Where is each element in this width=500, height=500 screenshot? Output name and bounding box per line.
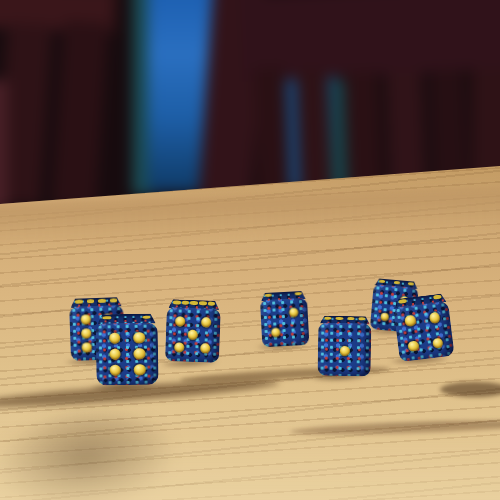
top-face-pip: [336, 317, 343, 320]
pip: [429, 312, 441, 324]
top-face-pip: [110, 299, 118, 302]
top-face-pip: [434, 295, 442, 299]
top-face-pip: [142, 315, 151, 319]
pip: [271, 328, 280, 337]
pip: [134, 364, 145, 375]
die-center-front-showing-1: [317, 316, 371, 377]
pip: [380, 312, 389, 321]
die-center-back-showing-2: [260, 291, 310, 347]
pip: [289, 308, 298, 317]
top-face-pip: [399, 299, 407, 303]
top-face-pip: [75, 300, 83, 303]
top-face-pip: [358, 318, 365, 321]
top-face-pip: [87, 300, 95, 303]
chair-slat: [254, 67, 291, 198]
top-face-pip: [408, 282, 415, 285]
top-face-pip: [393, 281, 400, 284]
die-right-front-showing-4: [392, 293, 454, 362]
pip: [174, 342, 185, 353]
pip: [201, 317, 212, 328]
pip: [109, 365, 120, 376]
top-face-pip: [208, 302, 216, 305]
die-front-face: [96, 322, 159, 385]
pip: [134, 332, 145, 343]
top-face-pip: [379, 280, 386, 283]
die-front-face: [393, 301, 454, 362]
top-face-pip: [347, 317, 354, 320]
top-face-pip: [103, 316, 112, 320]
pip: [109, 349, 120, 360]
chair-slat: [52, 21, 109, 209]
top-face-pip: [98, 299, 106, 302]
top-face-pip: [182, 301, 190, 304]
die-front-face: [260, 298, 309, 347]
pip: [82, 342, 92, 352]
pip: [408, 340, 420, 352]
pip: [339, 345, 349, 355]
pip: [134, 348, 145, 359]
pip: [81, 328, 91, 338]
top-face-pip: [295, 292, 302, 295]
top-face-pip: [190, 301, 198, 304]
top-face-pip: [173, 301, 181, 304]
die-left-center-showing-5: [165, 299, 221, 363]
pip: [432, 337, 444, 349]
die-front-left-showing-6: [95, 313, 158, 385]
chair-slat: [0, 80, 8, 210]
pip: [188, 330, 199, 341]
wood-knot: [440, 382, 500, 397]
die-front-face: [317, 323, 371, 377]
photo-scene: [0, 0, 500, 500]
top-face-pip: [265, 294, 272, 297]
top-face-pip: [199, 302, 207, 305]
top-face-pip: [325, 317, 332, 320]
pip: [405, 315, 417, 327]
pip: [200, 343, 211, 354]
pip: [175, 316, 186, 327]
pip: [109, 332, 120, 343]
foreground-blur: [0, 428, 500, 500]
die-front-face: [165, 307, 221, 363]
pip: [81, 314, 91, 324]
